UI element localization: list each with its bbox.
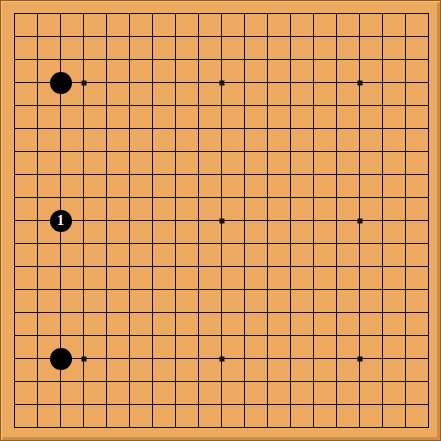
board-intersection	[279, 301, 302, 324]
board-intersection	[394, 163, 417, 186]
board-intersection	[72, 140, 95, 163]
board-intersection	[187, 301, 210, 324]
board-intersection	[233, 117, 256, 140]
board-intersection	[26, 48, 49, 71]
board-intersection	[417, 48, 440, 71]
board-intersection	[164, 94, 187, 117]
board-intersection	[26, 2, 49, 25]
board-intersection	[371, 48, 394, 71]
board-intersection	[233, 301, 256, 324]
board-intersection	[348, 2, 371, 25]
board-intersection	[233, 278, 256, 301]
board-intersection	[256, 25, 279, 48]
board-intersection	[187, 416, 210, 439]
board-intersection	[95, 347, 118, 370]
board-intersection	[3, 324, 26, 347]
board-intersection	[371, 393, 394, 416]
board-intersection	[118, 48, 141, 71]
board-intersection	[279, 393, 302, 416]
board-intersection	[371, 278, 394, 301]
board-intersection	[417, 140, 440, 163]
board-intersection	[371, 25, 394, 48]
board-intersection	[371, 163, 394, 186]
board-intersection	[49, 393, 72, 416]
board-intersection	[210, 140, 233, 163]
board-intersection	[164, 163, 187, 186]
board-intersection	[348, 232, 371, 255]
board-intersection	[49, 370, 72, 393]
board-intersection	[95, 209, 118, 232]
board-intersection	[72, 416, 95, 439]
board-intersection	[394, 71, 417, 94]
board-intersection	[141, 94, 164, 117]
board-intersection	[394, 278, 417, 301]
board-intersection	[256, 117, 279, 140]
board-intersection	[49, 301, 72, 324]
board-intersection	[187, 324, 210, 347]
board-intersection	[26, 278, 49, 301]
board-intersection	[394, 416, 417, 439]
board-intersection	[141, 186, 164, 209]
board-intersection	[325, 255, 348, 278]
board-intersection	[325, 186, 348, 209]
board-intersection	[417, 117, 440, 140]
board-intersection	[348, 255, 371, 278]
board-intersection	[210, 370, 233, 393]
board-intersection	[233, 25, 256, 48]
board-intersection	[279, 25, 302, 48]
board-intersection	[3, 94, 26, 117]
board-intersection	[256, 163, 279, 186]
board-intersection	[118, 278, 141, 301]
board-intersection	[164, 209, 187, 232]
board-intersection	[279, 2, 302, 25]
board-intersection	[118, 232, 141, 255]
board-intersection	[187, 393, 210, 416]
board-intersection	[417, 370, 440, 393]
board-intersection	[371, 416, 394, 439]
board-intersection	[95, 163, 118, 186]
board-intersection	[394, 301, 417, 324]
board-intersection	[325, 25, 348, 48]
board-intersection	[164, 25, 187, 48]
board-intersection	[302, 209, 325, 232]
board-intersection	[72, 393, 95, 416]
board-intersection	[348, 71, 371, 94]
board-intersection	[49, 117, 72, 140]
board-intersection	[325, 370, 348, 393]
board-intersection	[233, 347, 256, 370]
board-intersection	[325, 232, 348, 255]
board-intersection	[187, 370, 210, 393]
board-intersection	[72, 94, 95, 117]
board-intersection	[394, 255, 417, 278]
board-intersection	[302, 48, 325, 71]
board-intersection	[118, 209, 141, 232]
board-intersection	[187, 209, 210, 232]
board-intersection	[164, 370, 187, 393]
board-intersection	[118, 393, 141, 416]
board-intersection	[348, 347, 371, 370]
board-intersection	[417, 232, 440, 255]
board-intersection	[233, 186, 256, 209]
board-intersection	[164, 117, 187, 140]
board-intersection	[348, 416, 371, 439]
board-intersection	[49, 255, 72, 278]
board-intersection	[26, 186, 49, 209]
board-intersection	[164, 347, 187, 370]
board-intersection	[348, 186, 371, 209]
board-intersection	[417, 163, 440, 186]
board-intersection	[325, 209, 348, 232]
board-intersection	[210, 301, 233, 324]
board-intersection	[72, 117, 95, 140]
board-intersection	[210, 324, 233, 347]
board-intersection	[26, 416, 49, 439]
board-intersection	[210, 94, 233, 117]
board-intersection	[256, 393, 279, 416]
board-intersection	[72, 232, 95, 255]
board-intersection	[394, 2, 417, 25]
board-intersection	[279, 232, 302, 255]
board-intersection	[3, 255, 26, 278]
board-grid: 1	[3, 2, 440, 439]
board-intersection	[233, 416, 256, 439]
board-intersection	[348, 94, 371, 117]
board-intersection	[3, 209, 26, 232]
board-intersection	[164, 140, 187, 163]
board-intersection	[302, 232, 325, 255]
board-intersection	[210, 25, 233, 48]
board-intersection	[187, 94, 210, 117]
board-intersection	[95, 186, 118, 209]
board-intersection	[118, 117, 141, 140]
board-intersection	[302, 94, 325, 117]
board-intersection	[256, 209, 279, 232]
board-intersection	[371, 209, 394, 232]
black-stone	[50, 72, 72, 94]
board-intersection	[118, 301, 141, 324]
board-intersection	[210, 186, 233, 209]
black-stone-move-1: 1	[50, 210, 72, 232]
board-intersection	[3, 186, 26, 209]
board-intersection	[49, 324, 72, 347]
board-intersection	[325, 48, 348, 71]
board-intersection	[279, 71, 302, 94]
board-intersection	[371, 301, 394, 324]
board-intersection	[302, 117, 325, 140]
board-intersection	[49, 71, 72, 94]
board-intersection	[210, 209, 233, 232]
board-intersection	[3, 163, 26, 186]
board-intersection	[3, 393, 26, 416]
board-intersection	[233, 370, 256, 393]
board-intersection	[3, 140, 26, 163]
board-intersection	[256, 94, 279, 117]
board-intersection	[279, 324, 302, 347]
board-intersection	[210, 2, 233, 25]
board-intersection	[164, 324, 187, 347]
board-intersection	[394, 186, 417, 209]
board-intersection	[233, 209, 256, 232]
board-intersection	[3, 25, 26, 48]
board-intersection	[417, 71, 440, 94]
board-intersection	[233, 232, 256, 255]
board-intersection	[141, 163, 164, 186]
board-intersection	[302, 140, 325, 163]
board-intersection	[164, 416, 187, 439]
board-intersection	[348, 140, 371, 163]
board-intersection	[302, 2, 325, 25]
board-intersection	[302, 186, 325, 209]
board-intersection	[95, 117, 118, 140]
board-intersection	[417, 416, 440, 439]
board-intersection	[371, 94, 394, 117]
board-intersection	[95, 2, 118, 25]
board-intersection	[256, 370, 279, 393]
board-intersection	[302, 301, 325, 324]
board-intersection	[256, 71, 279, 94]
board-intersection	[279, 186, 302, 209]
board-intersection	[95, 232, 118, 255]
board-intersection	[3, 416, 26, 439]
board-intersection	[348, 25, 371, 48]
board-intersection	[141, 370, 164, 393]
board-intersection	[164, 2, 187, 25]
board-intersection	[49, 232, 72, 255]
board-intersection	[95, 370, 118, 393]
board-intersection	[210, 347, 233, 370]
board-intersection	[394, 232, 417, 255]
board-intersection	[3, 117, 26, 140]
board-intersection	[49, 48, 72, 71]
board-intersection	[95, 140, 118, 163]
board-intersection	[417, 347, 440, 370]
board-intersection	[164, 301, 187, 324]
board-intersection	[417, 301, 440, 324]
board-intersection	[164, 71, 187, 94]
board-intersection	[371, 2, 394, 25]
board-intersection	[302, 25, 325, 48]
board-intersection	[26, 324, 49, 347]
star-point	[219, 356, 224, 361]
board-intersection	[325, 416, 348, 439]
board-intersection	[72, 163, 95, 186]
board-intersection	[233, 48, 256, 71]
board-intersection	[141, 324, 164, 347]
board-intersection	[95, 94, 118, 117]
board-intersection	[302, 393, 325, 416]
board-intersection	[118, 370, 141, 393]
board-intersection	[256, 140, 279, 163]
board-intersection	[95, 71, 118, 94]
board-intersection	[95, 278, 118, 301]
board-intersection	[325, 347, 348, 370]
board-intersection	[256, 186, 279, 209]
board-intersection	[348, 393, 371, 416]
board-intersection	[210, 48, 233, 71]
board-intersection	[348, 209, 371, 232]
board-intersection	[72, 209, 95, 232]
board-intersection	[49, 2, 72, 25]
board-intersection	[394, 324, 417, 347]
board-intersection	[141, 48, 164, 71]
board-intersection	[279, 370, 302, 393]
star-point	[219, 218, 224, 223]
board-intersection	[371, 71, 394, 94]
board-intersection	[233, 2, 256, 25]
star-point	[357, 80, 362, 85]
board-intersection	[394, 347, 417, 370]
board-intersection	[141, 209, 164, 232]
board-intersection	[95, 48, 118, 71]
board-intersection	[394, 94, 417, 117]
board-intersection	[49, 163, 72, 186]
board-intersection	[325, 324, 348, 347]
board-intersection	[164, 393, 187, 416]
board-intersection	[233, 163, 256, 186]
board-intersection	[302, 324, 325, 347]
board-intersection	[26, 209, 49, 232]
board-intersection	[72, 48, 95, 71]
board-intersection	[279, 163, 302, 186]
board-intersection	[3, 71, 26, 94]
board-intersection	[26, 301, 49, 324]
board-intersection	[49, 347, 72, 370]
star-point	[357, 218, 362, 223]
board-intersection	[3, 2, 26, 25]
board-intersection	[302, 278, 325, 301]
board-intersection	[141, 347, 164, 370]
board-intersection	[141, 71, 164, 94]
board-intersection	[256, 324, 279, 347]
board-intersection	[394, 25, 417, 48]
board-intersection	[3, 48, 26, 71]
board-intersection	[233, 94, 256, 117]
board-intersection	[417, 94, 440, 117]
board-intersection	[49, 186, 72, 209]
board-intersection	[118, 416, 141, 439]
board-intersection	[187, 25, 210, 48]
board-intersection	[95, 301, 118, 324]
board-intersection	[26, 232, 49, 255]
move-number-label: 1	[57, 214, 64, 228]
board-intersection	[118, 255, 141, 278]
board-intersection	[118, 94, 141, 117]
board-intersection	[141, 255, 164, 278]
board-intersection	[371, 255, 394, 278]
board-intersection	[394, 48, 417, 71]
board-intersection	[3, 278, 26, 301]
board-intersection	[233, 324, 256, 347]
board-intersection	[164, 278, 187, 301]
board-intersection	[95, 416, 118, 439]
board-intersection	[325, 163, 348, 186]
board-intersection	[118, 163, 141, 186]
board-intersection	[417, 209, 440, 232]
board-intersection	[118, 25, 141, 48]
board-intersection	[279, 140, 302, 163]
board-intersection	[302, 255, 325, 278]
board-intersection	[417, 186, 440, 209]
star-point	[81, 356, 86, 361]
board-intersection	[233, 71, 256, 94]
black-stone	[50, 348, 72, 370]
star-point	[219, 80, 224, 85]
board-intersection	[394, 117, 417, 140]
board-intersection	[95, 324, 118, 347]
board-intersection	[187, 48, 210, 71]
board-intersection	[141, 25, 164, 48]
board-intersection	[95, 255, 118, 278]
board-intersection	[118, 71, 141, 94]
board-intersection	[279, 255, 302, 278]
board-intersection	[3, 347, 26, 370]
board-intersection	[279, 48, 302, 71]
board-intersection	[72, 278, 95, 301]
board-intersection	[210, 255, 233, 278]
board-intersection	[256, 255, 279, 278]
board-intersection	[279, 278, 302, 301]
board-intersection	[72, 370, 95, 393]
board-intersection	[3, 301, 26, 324]
board-intersection	[187, 278, 210, 301]
star-point	[81, 80, 86, 85]
board-intersection	[256, 416, 279, 439]
board-intersection	[49, 94, 72, 117]
board-intersection	[26, 25, 49, 48]
board-intersection	[26, 94, 49, 117]
board-intersection	[302, 71, 325, 94]
board-intersection	[325, 2, 348, 25]
board-intersection	[118, 347, 141, 370]
board-intersection	[279, 209, 302, 232]
board-intersection	[256, 301, 279, 324]
board-intersection	[279, 117, 302, 140]
board-intersection	[325, 71, 348, 94]
board-intersection	[95, 393, 118, 416]
board-intersection	[348, 278, 371, 301]
board-intersection	[417, 324, 440, 347]
board-intersection	[26, 255, 49, 278]
board-intersection	[302, 163, 325, 186]
board-intersection	[141, 416, 164, 439]
board-intersection	[256, 278, 279, 301]
board-intersection	[371, 117, 394, 140]
board-intersection	[256, 347, 279, 370]
board-intersection	[3, 370, 26, 393]
board-intersection	[49, 25, 72, 48]
board-intersection	[26, 163, 49, 186]
board-intersection	[141, 232, 164, 255]
board-intersection	[141, 117, 164, 140]
board-intersection	[210, 71, 233, 94]
board-intersection	[49, 140, 72, 163]
board-intersection	[210, 416, 233, 439]
board-intersection	[72, 301, 95, 324]
board-intersection	[187, 2, 210, 25]
board-intersection	[164, 48, 187, 71]
board-intersection	[187, 71, 210, 94]
board-intersection	[348, 370, 371, 393]
board-intersection	[371, 186, 394, 209]
board-intersection	[187, 140, 210, 163]
board-intersection	[187, 186, 210, 209]
board-intersection	[394, 140, 417, 163]
board-intersection	[164, 255, 187, 278]
board-intersection	[279, 416, 302, 439]
board-intersection	[72, 186, 95, 209]
